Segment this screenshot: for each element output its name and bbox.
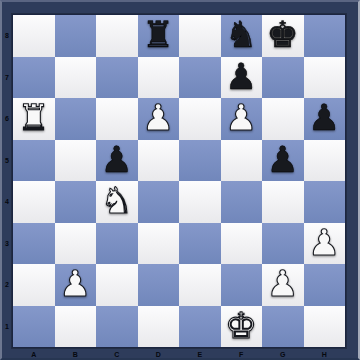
- square-b7[interactable]: [55, 57, 97, 99]
- square-e1[interactable]: [179, 306, 221, 348]
- square-a3[interactable]: [13, 223, 55, 265]
- square-c3[interactable]: [96, 223, 138, 265]
- black-pawn: ♟: [101, 139, 133, 181]
- square-e6[interactable]: [179, 98, 221, 140]
- rank-label-3: 3: [2, 223, 12, 265]
- square-d3[interactable]: [138, 223, 180, 265]
- square-b6[interactable]: [55, 98, 97, 140]
- square-c7[interactable]: [96, 57, 138, 99]
- white-pawn: ♟: [59, 263, 91, 305]
- square-f3[interactable]: [221, 223, 263, 265]
- square-e3[interactable]: [179, 223, 221, 265]
- square-a5[interactable]: [13, 140, 55, 182]
- square-a1[interactable]: [13, 306, 55, 348]
- rank-label-2: 2: [2, 264, 12, 306]
- white-pawn: ♟: [142, 97, 174, 139]
- square-b5[interactable]: [55, 140, 97, 182]
- square-b1[interactable]: [55, 306, 97, 348]
- square-g8[interactable]: ♚: [262, 15, 304, 57]
- square-f7[interactable]: ♟: [221, 57, 263, 99]
- white-pawn: ♟: [267, 263, 299, 305]
- square-g2[interactable]: ♟: [262, 264, 304, 306]
- square-h1[interactable]: [304, 306, 346, 348]
- square-d7[interactable]: [138, 57, 180, 99]
- square-f8[interactable]: ♞: [221, 15, 263, 57]
- square-d2[interactable]: [138, 264, 180, 306]
- rank-label-5: 5: [2, 140, 12, 182]
- square-c2[interactable]: [96, 264, 138, 306]
- square-b8[interactable]: [55, 15, 97, 57]
- square-g1[interactable]: [262, 306, 304, 348]
- black-pawn: ♟: [308, 97, 340, 139]
- square-g3[interactable]: [262, 223, 304, 265]
- square-e7[interactable]: [179, 57, 221, 99]
- square-h8[interactable]: [304, 15, 346, 57]
- square-b4[interactable]: [55, 181, 97, 223]
- file-label-a: A: [13, 348, 55, 360]
- file-label-f: F: [221, 348, 263, 360]
- square-h5[interactable]: [304, 140, 346, 182]
- square-e4[interactable]: [179, 181, 221, 223]
- square-a7[interactable]: [13, 57, 55, 99]
- black-king: ♚: [267, 14, 299, 56]
- square-d5[interactable]: [138, 140, 180, 182]
- chessboard-frame: ♜♞♚♟♜♟♟♟♟♟♞♟♟♟♚ 87654321 ABCDEFGH: [0, 0, 360, 360]
- white-knight: ♞: [101, 180, 133, 222]
- square-f1[interactable]: ♚: [221, 306, 263, 348]
- square-h6[interactable]: ♟: [304, 98, 346, 140]
- file-label-h: H: [304, 348, 346, 360]
- square-d1[interactable]: [138, 306, 180, 348]
- rank-label-1: 1: [2, 306, 12, 348]
- file-label-g: G: [262, 348, 304, 360]
- square-a2[interactable]: [13, 264, 55, 306]
- square-d6[interactable]: ♟: [138, 98, 180, 140]
- white-king: ♚: [225, 305, 257, 347]
- square-f6[interactable]: ♟: [221, 98, 263, 140]
- square-h7[interactable]: [304, 57, 346, 99]
- black-pawn: ♟: [225, 56, 257, 98]
- square-c6[interactable]: [96, 98, 138, 140]
- square-d8[interactable]: ♜: [138, 15, 180, 57]
- rank-label-7: 7: [2, 57, 12, 99]
- black-pawn: ♟: [267, 139, 299, 181]
- square-b3[interactable]: [55, 223, 97, 265]
- square-g5[interactable]: ♟: [262, 140, 304, 182]
- square-c4[interactable]: ♞: [96, 181, 138, 223]
- chess-board: ♜♞♚♟♜♟♟♟♟♟♞♟♟♟♚: [12, 14, 346, 348]
- square-f5[interactable]: [221, 140, 263, 182]
- rank-label-6: 6: [2, 98, 12, 140]
- square-g4[interactable]: [262, 181, 304, 223]
- square-e8[interactable]: [179, 15, 221, 57]
- white-rook: ♜: [18, 97, 50, 139]
- square-h4[interactable]: [304, 181, 346, 223]
- rank-label-8: 8: [2, 15, 12, 57]
- black-rook: ♜: [142, 14, 174, 56]
- file-label-d: D: [138, 348, 180, 360]
- square-c5[interactable]: ♟: [96, 140, 138, 182]
- square-h2[interactable]: [304, 264, 346, 306]
- square-e2[interactable]: [179, 264, 221, 306]
- rank-label-4: 4: [2, 181, 12, 223]
- square-c1[interactable]: [96, 306, 138, 348]
- square-g7[interactable]: [262, 57, 304, 99]
- file-label-c: C: [96, 348, 138, 360]
- file-label-e: E: [179, 348, 221, 360]
- square-d4[interactable]: [138, 181, 180, 223]
- square-a8[interactable]: [13, 15, 55, 57]
- file-label-b: B: [55, 348, 97, 360]
- square-b2[interactable]: ♟: [55, 264, 97, 306]
- square-g6[interactable]: [262, 98, 304, 140]
- square-h3[interactable]: ♟: [304, 223, 346, 265]
- square-f2[interactable]: [221, 264, 263, 306]
- white-pawn: ♟: [308, 222, 340, 264]
- square-f4[interactable]: [221, 181, 263, 223]
- white-pawn: ♟: [225, 97, 257, 139]
- square-a6[interactable]: ♜: [13, 98, 55, 140]
- square-c8[interactable]: [96, 15, 138, 57]
- black-knight: ♞: [225, 14, 257, 56]
- square-e5[interactable]: [179, 140, 221, 182]
- square-a4[interactable]: [13, 181, 55, 223]
